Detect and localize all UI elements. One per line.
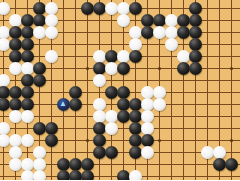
go-board[interactable]: ▲ [0, 0, 240, 180]
white-stone [165, 38, 178, 51]
grid-line-vertical [87, 0, 88, 180]
hoshi-point [230, 67, 233, 70]
white-stone [45, 50, 58, 63]
black-stone [189, 2, 202, 15]
black-stone [9, 26, 22, 39]
black-stone [33, 122, 46, 135]
black-stone [57, 158, 70, 171]
white-stone [105, 2, 118, 15]
black-stone [177, 62, 190, 75]
white-stone [93, 50, 106, 63]
black-stone [33, 74, 46, 87]
black-stone [117, 62, 130, 75]
black-stone [105, 50, 118, 63]
black-stone [9, 38, 22, 51]
black-stone [129, 98, 142, 111]
black-stone [69, 170, 82, 181]
black-stone [69, 98, 82, 111]
white-stone [105, 62, 118, 75]
black-stone [117, 170, 130, 181]
black-stone [189, 62, 202, 75]
white-stone [0, 74, 10, 87]
grid-line-vertical [231, 0, 232, 180]
black-stone [129, 2, 142, 15]
black-stone [129, 50, 142, 63]
white-stone [9, 14, 22, 27]
white-stone [141, 98, 154, 111]
hoshi-point [86, 139, 89, 142]
hoshi-point [86, 67, 89, 70]
white-stone [129, 38, 142, 51]
white-stone [177, 50, 190, 63]
white-stone [105, 122, 118, 135]
grid-line-horizontal [0, 140, 240, 141]
black-stone [93, 134, 106, 147]
white-stone [141, 110, 154, 123]
white-stone [153, 26, 166, 39]
black-stone [57, 170, 70, 181]
white-stone [93, 110, 106, 123]
white-stone [33, 170, 46, 181]
black-stone [177, 14, 190, 27]
black-stone [45, 122, 58, 135]
marked-stone-triangle: ▲ [57, 98, 70, 111]
black-stone [69, 86, 82, 99]
white-stone [21, 158, 34, 171]
white-stone [21, 110, 34, 123]
white-stone [141, 122, 154, 135]
black-stone [117, 86, 130, 99]
black-stone [189, 50, 202, 63]
black-stone [9, 50, 22, 63]
hoshi-point [158, 67, 161, 70]
white-stone [141, 146, 154, 159]
white-stone [117, 50, 130, 63]
white-stone [21, 62, 34, 75]
white-stone [93, 74, 106, 87]
white-stone [9, 158, 22, 171]
hoshi-point [158, 139, 161, 142]
white-stone [93, 98, 106, 111]
black-stone [21, 26, 34, 39]
triangle-marker-icon: ▲ [59, 100, 67, 108]
black-stone [21, 98, 34, 111]
black-stone [21, 38, 34, 51]
black-stone [225, 158, 238, 171]
white-stone [105, 110, 118, 123]
black-stone [69, 158, 82, 171]
black-stone [33, 2, 46, 15]
black-stone [93, 2, 106, 15]
black-stone [129, 134, 142, 147]
white-stone [153, 86, 166, 99]
white-stone [21, 134, 34, 147]
black-stone [129, 146, 142, 159]
white-stone [33, 26, 46, 39]
black-stone [105, 146, 118, 159]
black-stone [153, 14, 166, 27]
white-stone [45, 14, 58, 27]
black-stone [33, 62, 46, 75]
black-stone [9, 98, 22, 111]
black-stone [117, 110, 130, 123]
white-stone [45, 26, 58, 39]
black-stone [21, 86, 34, 99]
black-stone [105, 86, 118, 99]
grid-line-horizontal [0, 44, 240, 45]
white-stone [165, 14, 178, 27]
black-stone [93, 146, 106, 159]
black-stone [213, 158, 226, 171]
black-stone [93, 122, 106, 135]
black-stone [21, 50, 34, 63]
black-stone [177, 26, 190, 39]
white-stone [33, 158, 46, 171]
black-stone [189, 26, 202, 39]
white-stone [141, 86, 154, 99]
white-stone [0, 2, 10, 15]
black-stone [81, 158, 94, 171]
black-stone [21, 14, 34, 27]
black-stone [141, 14, 154, 27]
black-stone [21, 74, 34, 87]
black-stone [81, 170, 94, 181]
black-stone [129, 110, 142, 123]
black-stone [117, 98, 130, 111]
black-stone [9, 86, 22, 99]
black-stone [129, 122, 142, 135]
white-stone [117, 14, 130, 27]
black-stone [45, 134, 58, 147]
white-stone [129, 170, 142, 181]
white-stone [9, 62, 22, 75]
white-stone [45, 2, 58, 15]
black-stone [33, 14, 46, 27]
white-stone [153, 98, 166, 111]
hoshi-point [230, 139, 233, 142]
white-stone [201, 146, 214, 159]
black-stone [81, 2, 94, 15]
white-stone [33, 146, 46, 159]
white-stone [117, 2, 130, 15]
white-stone [9, 134, 22, 147]
black-stone [93, 62, 106, 75]
black-stone [189, 14, 202, 27]
white-stone [9, 110, 22, 123]
white-stone [21, 170, 34, 181]
white-stone [0, 122, 10, 135]
grid-line-vertical [63, 0, 64, 180]
white-stone [129, 26, 142, 39]
black-stone [141, 134, 154, 147]
white-stone [9, 146, 22, 159]
black-stone [189, 38, 202, 51]
black-stone [141, 26, 154, 39]
white-stone [165, 26, 178, 39]
white-stone [213, 146, 226, 159]
